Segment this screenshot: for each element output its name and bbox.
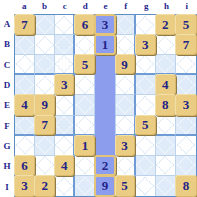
- cell-cF[interactable]: [55, 116, 75, 136]
- given-1: 1: [74, 135, 95, 156]
- given-3: 3: [14, 175, 35, 197]
- diamond-pattern: [35, 35, 53, 53]
- cell-dC[interactable]: 5: [75, 55, 95, 75]
- given-2: 2: [94, 155, 115, 176]
- diamond-pattern: [76, 35, 94, 53]
- cell-fB[interactable]: [116, 35, 136, 55]
- diamond-pattern: [76, 156, 94, 174]
- given-8: 8: [175, 175, 197, 197]
- given-5: 5: [115, 175, 135, 197]
- given-4: 4: [14, 94, 35, 115]
- diamond-pattern: [156, 177, 174, 195]
- diamond-pattern: [115, 96, 133, 114]
- cell-aF[interactable]: [15, 116, 35, 136]
- cell-dH[interactable]: [75, 156, 95, 176]
- cell-bF[interactable]: 7: [35, 116, 55, 136]
- column-label-g: g: [136, 0, 156, 14]
- diamond-pattern: [177, 136, 195, 154]
- given-4: 4: [54, 155, 74, 176]
- diamond-pattern: [156, 136, 174, 154]
- cell-cA[interactable]: [55, 15, 75, 35]
- cell-gF[interactable]: 5: [136, 116, 156, 136]
- cell-aI[interactable]: 3: [15, 176, 35, 196]
- diamond-pattern: [15, 115, 33, 133]
- cell-cD[interactable]: 3: [55, 75, 75, 95]
- row-label-E: E: [0, 95, 14, 115]
- cell-dB[interactable]: [75, 35, 95, 55]
- cell-dA[interactable]: 6: [75, 15, 95, 35]
- cell-iC[interactable]: [176, 55, 196, 75]
- cell-aD[interactable]: [15, 75, 35, 95]
- cell-cC[interactable]: [55, 55, 75, 75]
- diamond-pattern: [15, 35, 33, 53]
- cell-cH[interactable]: 4: [55, 156, 75, 176]
- cell-gE[interactable]: [136, 95, 156, 115]
- cell-dF[interactable]: [75, 116, 95, 136]
- diamond-pattern: [156, 55, 174, 73]
- diamond-pattern: [115, 115, 133, 133]
- cell-hC[interactable]: [156, 55, 176, 75]
- given-2: 2: [34, 175, 55, 197]
- cell-fH[interactable]: [116, 156, 136, 176]
- cell-hF[interactable]: [156, 116, 176, 136]
- diamond-pattern: [177, 156, 195, 174]
- column-label-f: f: [116, 0, 136, 14]
- row-label-F: F: [0, 116, 14, 136]
- row-label-I: I: [0, 177, 14, 197]
- cell-bB[interactable]: [35, 35, 55, 55]
- column-label-e: e: [95, 0, 115, 14]
- cell-aA[interactable]: 7: [15, 15, 35, 35]
- given-9: 9: [115, 54, 135, 74]
- cell-gC[interactable]: [136, 55, 156, 75]
- diamond-pattern: [55, 55, 73, 73]
- diamond-pattern: [136, 156, 154, 174]
- given-9: 9: [94, 175, 115, 197]
- cell-aC[interactable]: [15, 55, 35, 75]
- sudoku-grid: 7632513759344983751364232958: [14, 14, 197, 197]
- given-5: 5: [175, 14, 197, 35]
- diamond-pattern: [55, 15, 73, 33]
- given-3: 3: [94, 14, 115, 35]
- cell-bI[interactable]: 2: [35, 176, 55, 196]
- cell-gA[interactable]: [136, 15, 156, 35]
- cell-gD[interactable]: [136, 75, 156, 95]
- given-9: 9: [34, 94, 55, 115]
- diamond-pattern: [76, 96, 94, 114]
- cell-iH[interactable]: [176, 156, 196, 176]
- given-8: 8: [155, 94, 176, 115]
- cell-eH[interactable]: 2: [95, 156, 115, 176]
- diamond-pattern: [35, 55, 53, 73]
- row-label-A: A: [0, 14, 14, 34]
- cell-hD[interactable]: 4: [156, 75, 176, 95]
- cell-gG[interactable]: [136, 136, 156, 156]
- diamond-pattern: [35, 15, 53, 33]
- given-6: 6: [74, 14, 95, 35]
- cell-eB[interactable]: 1: [95, 35, 115, 55]
- cell-fF[interactable]: [116, 116, 136, 136]
- diamond-pattern: [136, 76, 154, 94]
- diamond-pattern: [115, 35, 133, 53]
- row-label-D: D: [0, 75, 14, 95]
- diamond-pattern: [136, 96, 154, 114]
- cell-hE[interactable]: 8: [156, 95, 176, 115]
- column-label-i: i: [177, 0, 197, 14]
- cell-iI[interactable]: 8: [176, 176, 196, 196]
- cell-cB[interactable]: [55, 35, 75, 55]
- cell-cE[interactable]: [55, 95, 75, 115]
- diamond-pattern: [55, 136, 73, 154]
- cell-iD[interactable]: [176, 75, 196, 95]
- given-7: 7: [34, 115, 55, 135]
- cell-dD[interactable]: [75, 75, 95, 95]
- row-label-G: G: [0, 136, 14, 156]
- given-3: 3: [54, 74, 74, 95]
- diamond-pattern: [177, 115, 195, 133]
- cell-hI[interactable]: [156, 176, 176, 196]
- given-3: 3: [135, 34, 156, 55]
- cell-aH[interactable]: 6: [15, 156, 35, 176]
- cell-eF[interactable]: [95, 116, 115, 136]
- row-label-C: C: [0, 55, 14, 75]
- diamond-pattern: [156, 115, 174, 133]
- cell-eC[interactable]: [95, 55, 115, 75]
- given-4: 4: [155, 74, 176, 95]
- column-label-b: b: [34, 0, 54, 14]
- diamond-pattern: [156, 156, 174, 174]
- given-6: 6: [14, 155, 35, 176]
- diamond-pattern: [55, 96, 73, 114]
- diamond-pattern: [35, 156, 53, 174]
- cell-iB[interactable]: 7: [176, 35, 196, 55]
- diamond-pattern: [76, 115, 94, 133]
- diamond-pattern: [115, 15, 133, 33]
- cell-fE[interactable]: [116, 95, 136, 115]
- cell-hH[interactable]: [156, 156, 176, 176]
- cell-bC[interactable]: [35, 55, 55, 75]
- cell-eE[interactable]: [95, 95, 115, 115]
- cell-iA[interactable]: 5: [176, 15, 196, 35]
- cell-cI[interactable]: [55, 176, 75, 196]
- cell-iF[interactable]: [176, 116, 196, 136]
- cell-fI[interactable]: 5: [116, 176, 136, 196]
- diamond-pattern: [115, 76, 133, 94]
- cell-bH[interactable]: [35, 156, 55, 176]
- cell-fD[interactable]: [116, 75, 136, 95]
- cell-bG[interactable]: [35, 136, 55, 156]
- diamond-pattern: [55, 35, 73, 53]
- cell-bE[interactable]: 9: [35, 95, 55, 115]
- cell-iE[interactable]: 3: [176, 95, 196, 115]
- diamond-pattern: [76, 177, 94, 195]
- given-2: 2: [155, 14, 176, 35]
- diamond-pattern: [136, 136, 154, 154]
- given-7: 7: [175, 34, 197, 55]
- cell-gI[interactable]: [136, 176, 156, 196]
- diamond-pattern: [55, 115, 73, 133]
- diamond-pattern: [15, 76, 33, 94]
- given-5: 5: [74, 54, 95, 74]
- cell-gH[interactable]: [136, 156, 156, 176]
- cell-hG[interactable]: [156, 136, 176, 156]
- diamond-pattern: [177, 76, 195, 94]
- cell-aE[interactable]: 4: [15, 95, 35, 115]
- diamond-pattern: [15, 136, 33, 154]
- diamond-pattern: [115, 156, 133, 174]
- column-labels: abcdefghi: [14, 0, 197, 14]
- cell-gB[interactable]: 3: [136, 35, 156, 55]
- given-7: 7: [14, 14, 35, 35]
- given-3: 3: [175, 94, 197, 115]
- column-label-d: d: [75, 0, 95, 14]
- cell-aG[interactable]: [15, 136, 35, 156]
- cell-dE[interactable]: [75, 95, 95, 115]
- sudoku-page: abcdefghi ABCDEFGHI 76325137593449837513…: [0, 0, 197, 197]
- column-label-a: a: [14, 0, 34, 14]
- cell-dI[interactable]: [75, 176, 95, 196]
- diamond-pattern: [55, 177, 73, 195]
- cell-aB[interactable]: [15, 35, 35, 55]
- diamond-pattern: [136, 177, 154, 195]
- row-label-H: H: [0, 156, 14, 176]
- cell-eI[interactable]: 9: [95, 176, 115, 196]
- cell-eD[interactable]: [95, 75, 115, 95]
- cell-bD[interactable]: [35, 75, 55, 95]
- given-1: 1: [94, 34, 115, 55]
- row-labels: ABCDEFGHI: [0, 14, 14, 197]
- cell-fC[interactable]: 9: [116, 55, 136, 75]
- diamond-pattern: [156, 35, 174, 53]
- cell-bA[interactable]: [35, 15, 55, 35]
- cell-dG[interactable]: 1: [75, 136, 95, 156]
- cell-eA[interactable]: 3: [95, 15, 115, 35]
- cell-hB[interactable]: [156, 35, 176, 55]
- diamond-pattern: [76, 76, 94, 94]
- cell-cG[interactable]: [55, 136, 75, 156]
- cell-fA[interactable]: [116, 15, 136, 35]
- diamond-pattern: [15, 55, 33, 73]
- cell-hA[interactable]: 2: [156, 15, 176, 35]
- given-5: 5: [135, 115, 156, 135]
- cell-iG[interactable]: [176, 136, 196, 156]
- column-label-c: c: [55, 0, 75, 14]
- given-3: 3: [115, 135, 135, 156]
- diamond-pattern: [35, 136, 53, 154]
- diamond-pattern: [35, 76, 53, 94]
- row-label-B: B: [0, 34, 14, 54]
- cell-fG[interactable]: 3: [116, 136, 136, 156]
- diamond-pattern: [136, 55, 154, 73]
- column-label-h: h: [156, 0, 176, 14]
- diamond-pattern: [136, 15, 154, 33]
- diamond-pattern: [177, 55, 195, 73]
- cell-eG[interactable]: [95, 136, 115, 156]
